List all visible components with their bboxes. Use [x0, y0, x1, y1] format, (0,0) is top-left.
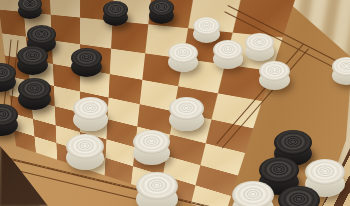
- checker-top-rings: [193, 17, 220, 35]
- checker-top-rings: [259, 157, 299, 183]
- checker-top-rings: [305, 159, 345, 185]
- checker-black[interactable]: [0, 63, 16, 92]
- checker-top-rings: [73, 97, 108, 120]
- checker-white[interactable]: [136, 172, 178, 206]
- checker-top-rings: [103, 1, 128, 18]
- checker-black[interactable]: [18, 0, 42, 19]
- checker-top-rings: [66, 134, 104, 159]
- checker-black[interactable]: [278, 186, 320, 206]
- checker-white[interactable]: [133, 130, 170, 165]
- checker-top-rings: [133, 130, 170, 154]
- checker-black[interactable]: [18, 78, 51, 110]
- checker-black[interactable]: [0, 104, 18, 136]
- checker-white[interactable]: [168, 43, 198, 72]
- checker-white[interactable]: [213, 40, 243, 69]
- checker-top-rings: [17, 46, 48, 66]
- checker-top-rings: [136, 172, 178, 200]
- checker-white[interactable]: [66, 134, 104, 170]
- checker-white[interactable]: [332, 57, 350, 85]
- checker-white[interactable]: [169, 97, 204, 131]
- checker-black[interactable]: [149, 0, 174, 24]
- checkers-photo-scene: [0, 0, 350, 206]
- checker-top-rings: [169, 97, 204, 120]
- checker-black[interactable]: [103, 1, 128, 26]
- checker-top-rings: [232, 181, 274, 206]
- checker-top-rings: [168, 43, 198, 63]
- checker-white[interactable]: [259, 61, 290, 90]
- checker-white[interactable]: [245, 33, 274, 61]
- checker-top-rings: [245, 33, 274, 52]
- checker-white[interactable]: [232, 181, 274, 206]
- checker-top-rings: [71, 48, 102, 68]
- checker-top-rings: [213, 40, 243, 60]
- checker-top-rings: [18, 78, 51, 100]
- checker-top-rings: [274, 130, 312, 155]
- checker-black[interactable]: [17, 46, 48, 75]
- checker-top-rings: [27, 25, 56, 44]
- checker-black[interactable]: [71, 48, 102, 77]
- checker-white[interactable]: [73, 97, 108, 131]
- checker-top-rings: [149, 0, 174, 16]
- checker-top-rings: [278, 186, 320, 206]
- pieces-layer: [0, 0, 350, 206]
- checker-top-rings: [259, 61, 290, 81]
